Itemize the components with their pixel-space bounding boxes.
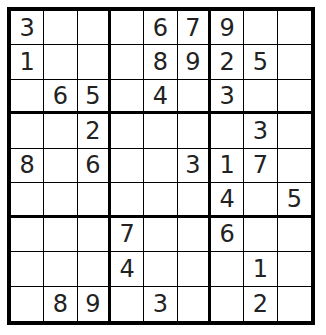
cell-r7c2[interactable] [44,218,77,252]
cell-r3c4[interactable] [111,80,144,114]
cell-r1c1[interactable]: 3 [11,11,44,45]
cell-r5c8[interactable]: 7 [244,149,277,183]
cell-r7c3[interactable] [78,218,111,252]
cell-r5c1[interactable]: 8 [11,149,44,183]
cell-r2c5[interactable]: 8 [144,45,177,79]
cell-r6c1[interactable] [11,183,44,217]
cell-r9c9[interactable] [278,287,311,321]
cell-r5c5[interactable] [144,149,177,183]
cell-r5c9[interactable] [278,149,311,183]
cell-r7c8[interactable] [244,218,277,252]
cell-r4c7[interactable] [211,114,244,148]
cell-r4c5[interactable] [144,114,177,148]
cell-r5c7[interactable]: 1 [211,149,244,183]
cell-r8c4[interactable]: 4 [111,252,144,286]
cell-r7c6[interactable] [178,218,211,252]
cell-r9c3[interactable]: 9 [78,287,111,321]
cell-r8c6[interactable] [178,252,211,286]
cell-r7c5[interactable] [144,218,177,252]
cell-r1c2[interactable] [44,11,77,45]
cell-r1c9[interactable] [278,11,311,45]
cell-r1c5[interactable]: 6 [144,11,177,45]
cell-r9c2[interactable]: 8 [44,287,77,321]
cell-r7c4[interactable]: 7 [111,218,144,252]
sudoku-screenshot: 367918925654323863174576418932 [0,0,326,335]
cell-r6c4[interactable] [111,183,144,217]
cell-r5c3[interactable]: 6 [78,149,111,183]
cell-r2c8[interactable]: 5 [244,45,277,79]
cell-r4c3[interactable]: 2 [78,114,111,148]
cell-r7c9[interactable] [278,218,311,252]
sudoku-board: 367918925654323863174576418932 [7,7,315,325]
cell-r6c6[interactable] [178,183,211,217]
cell-r1c4[interactable] [111,11,144,45]
cell-r8c2[interactable] [44,252,77,286]
cell-r5c4[interactable] [111,149,144,183]
cell-r8c7[interactable] [211,252,244,286]
cell-r1c7[interactable]: 9 [211,11,244,45]
cell-r2c7[interactable]: 2 [211,45,244,79]
cell-r4c9[interactable] [278,114,311,148]
cell-r4c2[interactable] [44,114,77,148]
cell-r3c9[interactable] [278,80,311,114]
cell-r3c6[interactable] [178,80,211,114]
cell-r6c2[interactable] [44,183,77,217]
cell-r6c8[interactable] [244,183,277,217]
cell-r1c6[interactable]: 7 [178,11,211,45]
cell-r2c3[interactable] [78,45,111,79]
cell-r8c5[interactable] [144,252,177,286]
cell-r2c6[interactable]: 9 [178,45,211,79]
cell-r3c2[interactable]: 6 [44,80,77,114]
cell-r3c3[interactable]: 5 [78,80,111,114]
cell-r6c9[interactable]: 5 [278,183,311,217]
cell-r5c2[interactable] [44,149,77,183]
cell-r9c7[interactable] [211,287,244,321]
cell-r9c5[interactable]: 3 [144,287,177,321]
cell-r8c3[interactable] [78,252,111,286]
cell-r3c5[interactable]: 4 [144,80,177,114]
cell-r7c1[interactable] [11,218,44,252]
cell-r8c1[interactable] [11,252,44,286]
cell-r3c1[interactable] [11,80,44,114]
cell-r4c8[interactable]: 3 [244,114,277,148]
cell-r9c6[interactable] [178,287,211,321]
cell-r2c2[interactable] [44,45,77,79]
cell-r8c8[interactable]: 1 [244,252,277,286]
cell-r8c9[interactable] [278,252,311,286]
cell-r4c4[interactable] [111,114,144,148]
cell-r2c1[interactable]: 1 [11,45,44,79]
cell-r7c7[interactable]: 6 [211,218,244,252]
cell-r6c3[interactable] [78,183,111,217]
cell-r6c5[interactable] [144,183,177,217]
cell-r4c1[interactable] [11,114,44,148]
cell-r9c1[interactable] [11,287,44,321]
cell-r6c7[interactable]: 4 [211,183,244,217]
cell-r1c8[interactable] [244,11,277,45]
cell-r3c8[interactable] [244,80,277,114]
cell-r1c3[interactable] [78,11,111,45]
cell-r9c8[interactable]: 2 [244,287,277,321]
cell-r2c9[interactable] [278,45,311,79]
cell-r2c4[interactable] [111,45,144,79]
cell-r4c6[interactable] [178,114,211,148]
cell-r5c6[interactable]: 3 [178,149,211,183]
cell-r9c4[interactable] [111,287,144,321]
cell-r3c7[interactable]: 3 [211,80,244,114]
